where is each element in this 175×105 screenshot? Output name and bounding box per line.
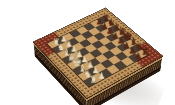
square-f8: ♝ xyxy=(124,40,137,49)
product-photo: ♜♟♟♜♞♟♟♞♝♟♟♝♛♟♟♛♚♟♟♚♝♟♟♝♞♟♟♞♜♟♟♜ xyxy=(0,0,175,105)
square-h1: ♜ xyxy=(83,77,96,87)
square-e7: ♟ xyxy=(111,38,123,46)
scene: ♜♟♟♜♞♟♟♞♝♟♟♝♛♟♟♛♚♟♟♚♝♟♟♝♞♟♟♞♜♟♟♜ xyxy=(0,0,175,105)
square-c3 xyxy=(72,43,84,52)
square-h4 xyxy=(106,65,119,74)
chess-box: ♜♟♟♜♞♟♟♞♝♟♟♝♛♟♟♛♚♟♟♚♝♟♟♝♞♟♟♞♜♟♟♜ xyxy=(34,8,163,98)
square-g5 xyxy=(108,56,121,65)
board-frame: ♜♟♟♜♞♟♟♞♝♟♟♝♛♟♟♛♚♟♟♚♝♟♟♝♞♟♟♞♜♟♟♜ xyxy=(34,8,163,98)
